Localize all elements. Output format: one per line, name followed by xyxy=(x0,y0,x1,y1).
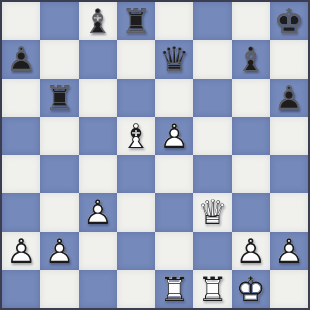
square-b1[interactable] xyxy=(40,270,78,308)
chess-board-frame: ♝♗♜♖♚♔♟♙♛♕♝♗♜♖♟♙♝♗♟♙♟♙♛♕♟♙♟♙♟♙♟♙♜♖♜♖♚♔ xyxy=(0,0,310,310)
white-king-fill-glyph: ♚ xyxy=(232,270,270,308)
white-pawn-outline-glyph: ♙ xyxy=(155,117,193,155)
white-pawn-fill-glyph: ♟ xyxy=(270,232,308,270)
piece-white-rook-e1[interactable]: ♜♖ xyxy=(155,270,193,308)
white-pawn-fill-glyph: ♟ xyxy=(79,193,117,231)
square-d1[interactable] xyxy=(117,270,155,308)
square-h5[interactable] xyxy=(270,117,308,155)
black-rook-fill-glyph: ♜ xyxy=(40,79,78,117)
piece-white-pawn-a2[interactable]: ♟♙ xyxy=(2,232,40,270)
piece-black-queen-e7[interactable]: ♛♕ xyxy=(155,40,193,78)
square-e1[interactable]: ♜♖ xyxy=(155,270,193,308)
black-queen-fill-glyph: ♛ xyxy=(155,40,193,78)
square-a5[interactable] xyxy=(2,117,40,155)
square-a8[interactable] xyxy=(2,2,40,40)
square-e2[interactable] xyxy=(155,232,193,270)
black-king-fill-glyph: ♚ xyxy=(270,2,308,40)
square-g1[interactable]: ♚♔ xyxy=(232,270,270,308)
square-h7[interactable] xyxy=(270,40,308,78)
square-a1[interactable] xyxy=(2,270,40,308)
piece-white-pawn-h2[interactable]: ♟♙ xyxy=(270,232,308,270)
piece-white-bishop-d5[interactable]: ♝♗ xyxy=(117,117,155,155)
white-pawn-fill-glyph: ♟ xyxy=(40,232,78,270)
square-f7[interactable] xyxy=(193,40,231,78)
square-c6[interactable] xyxy=(79,79,117,117)
square-c3[interactable]: ♟♙ xyxy=(79,193,117,231)
square-e8[interactable] xyxy=(155,2,193,40)
square-h3[interactable] xyxy=(270,193,308,231)
square-a6[interactable] xyxy=(2,79,40,117)
piece-black-pawn-h6[interactable]: ♟♙ xyxy=(270,79,308,117)
piece-black-bishop-g7[interactable]: ♝♗ xyxy=(232,40,270,78)
piece-black-rook-b6[interactable]: ♜♖ xyxy=(40,79,78,117)
black-bishop-fill-glyph: ♝ xyxy=(79,2,117,40)
black-bishop-outline-glyph: ♗ xyxy=(79,2,117,40)
white-pawn-outline-glyph: ♙ xyxy=(270,232,308,270)
square-g3[interactable] xyxy=(232,193,270,231)
square-b8[interactable] xyxy=(40,2,78,40)
black-pawn-outline-glyph: ♙ xyxy=(270,79,308,117)
white-queen-outline-glyph: ♕ xyxy=(193,193,231,231)
black-bishop-fill-glyph: ♝ xyxy=(232,40,270,78)
white-rook-outline-glyph: ♖ xyxy=(155,270,193,308)
white-rook-fill-glyph: ♜ xyxy=(193,270,231,308)
square-f8[interactable] xyxy=(193,2,231,40)
square-a7[interactable]: ♟♙ xyxy=(2,40,40,78)
square-a3[interactable] xyxy=(2,193,40,231)
square-b3[interactable] xyxy=(40,193,78,231)
piece-white-pawn-g2[interactable]: ♟♙ xyxy=(232,232,270,270)
white-pawn-outline-glyph: ♙ xyxy=(232,232,270,270)
square-d3[interactable] xyxy=(117,193,155,231)
square-a2[interactable]: ♟♙ xyxy=(2,232,40,270)
piece-black-king-h8[interactable]: ♚♔ xyxy=(270,2,308,40)
square-g5[interactable] xyxy=(232,117,270,155)
black-king-outline-glyph: ♔ xyxy=(270,2,308,40)
square-h8[interactable]: ♚♔ xyxy=(270,2,308,40)
square-f1[interactable]: ♜♖ xyxy=(193,270,231,308)
square-g4[interactable] xyxy=(232,155,270,193)
square-f6[interactable] xyxy=(193,79,231,117)
square-d5[interactable]: ♝♗ xyxy=(117,117,155,155)
white-pawn-fill-glyph: ♟ xyxy=(232,232,270,270)
square-h6[interactable]: ♟♙ xyxy=(270,79,308,117)
square-h2[interactable]: ♟♙ xyxy=(270,232,308,270)
square-g6[interactable] xyxy=(232,79,270,117)
chess-board: ♝♗♜♖♚♔♟♙♛♕♝♗♜♖♟♙♝♗♟♙♟♙♛♕♟♙♟♙♟♙♟♙♜♖♜♖♚♔ xyxy=(2,2,308,308)
square-d8[interactable]: ♜♖ xyxy=(117,2,155,40)
square-d6[interactable] xyxy=(117,79,155,117)
piece-white-king-g1[interactable]: ♚♔ xyxy=(232,270,270,308)
piece-black-bishop-c8[interactable]: ♝♗ xyxy=(79,2,117,40)
square-b7[interactable] xyxy=(40,40,78,78)
black-pawn-outline-glyph: ♙ xyxy=(2,40,40,78)
square-c8[interactable]: ♝♗ xyxy=(79,2,117,40)
piece-black-rook-d8[interactable]: ♜♖ xyxy=(117,2,155,40)
square-d2[interactable] xyxy=(117,232,155,270)
black-pawn-fill-glyph: ♟ xyxy=(270,79,308,117)
square-c2[interactable] xyxy=(79,232,117,270)
square-c4[interactable] xyxy=(79,155,117,193)
square-c5[interactable] xyxy=(79,117,117,155)
piece-white-pawn-b2[interactable]: ♟♙ xyxy=(40,232,78,270)
square-b5[interactable] xyxy=(40,117,78,155)
black-rook-fill-glyph: ♜ xyxy=(117,2,155,40)
white-rook-fill-glyph: ♜ xyxy=(155,270,193,308)
white-queen-fill-glyph: ♛ xyxy=(193,193,231,231)
square-e5[interactable]: ♟♙ xyxy=(155,117,193,155)
white-king-outline-glyph: ♔ xyxy=(232,270,270,308)
piece-white-pawn-e5[interactable]: ♟♙ xyxy=(155,117,193,155)
square-e7[interactable]: ♛♕ xyxy=(155,40,193,78)
square-h1[interactable] xyxy=(270,270,308,308)
white-pawn-fill-glyph: ♟ xyxy=(155,117,193,155)
piece-black-pawn-a7[interactable]: ♟♙ xyxy=(2,40,40,78)
square-a4[interactable] xyxy=(2,155,40,193)
white-bishop-outline-glyph: ♗ xyxy=(117,117,155,155)
square-c7[interactable] xyxy=(79,40,117,78)
square-f2[interactable] xyxy=(193,232,231,270)
square-e3[interactable] xyxy=(155,193,193,231)
square-g2[interactable]: ♟♙ xyxy=(232,232,270,270)
white-pawn-outline-glyph: ♙ xyxy=(2,232,40,270)
white-pawn-outline-glyph: ♙ xyxy=(40,232,78,270)
square-f5[interactable] xyxy=(193,117,231,155)
black-queen-outline-glyph: ♕ xyxy=(155,40,193,78)
white-pawn-fill-glyph: ♟ xyxy=(2,232,40,270)
piece-white-rook-f1[interactable]: ♜♖ xyxy=(193,270,231,308)
square-d7[interactable] xyxy=(117,40,155,78)
square-e6[interactable] xyxy=(155,79,193,117)
square-g8[interactable] xyxy=(232,2,270,40)
square-h4[interactable] xyxy=(270,155,308,193)
white-bishop-fill-glyph: ♝ xyxy=(117,117,155,155)
black-rook-outline-glyph: ♖ xyxy=(117,2,155,40)
square-g7[interactable]: ♝♗ xyxy=(232,40,270,78)
piece-white-pawn-c3[interactable]: ♟♙ xyxy=(79,193,117,231)
square-c1[interactable] xyxy=(79,270,117,308)
square-b6[interactable]: ♜♖ xyxy=(40,79,78,117)
black-bishop-outline-glyph: ♗ xyxy=(232,40,270,78)
square-b2[interactable]: ♟♙ xyxy=(40,232,78,270)
square-b4[interactable] xyxy=(40,155,78,193)
square-e4[interactable] xyxy=(155,155,193,193)
black-pawn-fill-glyph: ♟ xyxy=(2,40,40,78)
square-f3[interactable]: ♛♕ xyxy=(193,193,231,231)
white-rook-outline-glyph: ♖ xyxy=(193,270,231,308)
square-f4[interactable] xyxy=(193,155,231,193)
piece-white-queen-f3[interactable]: ♛♕ xyxy=(193,193,231,231)
square-d4[interactable] xyxy=(117,155,155,193)
white-pawn-outline-glyph: ♙ xyxy=(79,193,117,231)
black-rook-outline-glyph: ♖ xyxy=(40,79,78,117)
